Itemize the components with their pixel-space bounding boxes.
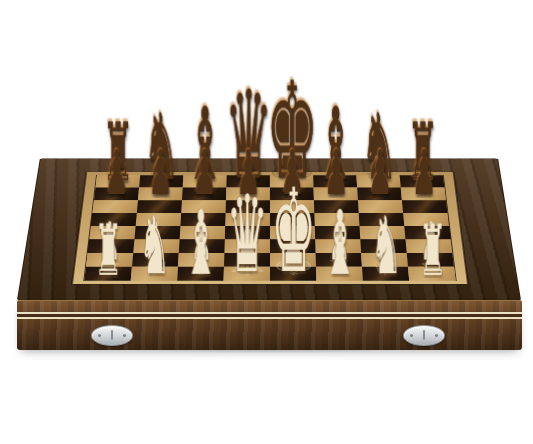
piece-black-bishop-f8: ♝: [316, 105, 355, 185]
piece-black-pawn-f7: ♟: [324, 148, 348, 197]
square-e7: ♟♟: [270, 188, 314, 201]
square-f2: ♟♟: [316, 253, 362, 267]
square-h6: [402, 200, 448, 213]
square-e6: [270, 200, 314, 213]
square-h2: ♟♟: [407, 253, 454, 267]
piece-reflection: ♞: [139, 261, 171, 276]
square-c4: [180, 226, 226, 239]
square-a4: [89, 226, 135, 239]
piece-black-pawn-e7: ♟: [280, 148, 304, 197]
square-h3: [405, 239, 452, 253]
piece-reflection: ♟: [99, 252, 121, 262]
piece-black-pawn-d7: ♟: [236, 148, 260, 197]
piece-black-bishop-c8: ♝: [185, 105, 224, 185]
square-a7: ♟♟: [94, 188, 139, 201]
piece-reflection: ♜: [405, 169, 438, 183]
square-b4: [134, 226, 180, 239]
square-f6: [314, 200, 359, 213]
square-d7: ♟♟: [226, 188, 270, 201]
piece-reflection: ♞: [143, 167, 180, 183]
square-c6: [181, 200, 226, 213]
square-c2: ♟♟: [178, 253, 224, 267]
piece-black-pawn-g7: ♟: [368, 148, 392, 197]
square-b8: ♞♞: [139, 175, 183, 187]
square-b1: ♞♞: [131, 267, 178, 281]
square-a1: ♜♜: [84, 267, 132, 281]
square-c5: [180, 213, 225, 226]
piece-black-knight-g8: ♞: [361, 112, 397, 185]
square-a5: [91, 213, 137, 226]
square-h1: ♜♜: [408, 267, 456, 281]
piece-reflection: ♞: [369, 261, 401, 276]
piece-black-rook-a8: ♜: [102, 121, 134, 185]
square-a8: ♜♜: [95, 175, 140, 187]
square-h5: [403, 213, 449, 226]
maple-border-inlay: ♜♜♞♞♝♝♛♛♚♚♝♝♞♞♜♜♟♟♟♟♟♟♟♟♟♟♟♟♟♟♟♟♟♟♟♟♟♟♟♟…: [72, 172, 468, 284]
piece-reflection: ♟: [374, 252, 395, 262]
piece-reflection: ♟: [145, 252, 166, 262]
square-g8: ♞♞: [356, 175, 400, 187]
piece-reflection: ♝: [185, 166, 225, 183]
pinstripe-inlay: [17, 312, 522, 319]
chess-set-photo: ♜♜♞♞♝♝♛♛♚♚♝♝♞♞♜♜♟♟♟♟♟♟♟♟♟♟♟♟♟♟♟♟♟♟♟♟♟♟♟♟…: [0, 0, 533, 444]
square-g7: ♟♟: [357, 188, 402, 201]
square-a3: [88, 239, 135, 253]
square-g6: [358, 200, 403, 213]
square-f8: ♝♝: [313, 175, 357, 187]
piece-reflection: ♟: [282, 252, 303, 262]
square-e5: [270, 213, 315, 226]
square-c7: ♟♟: [182, 188, 226, 201]
square-f7: ♟♟: [314, 188, 358, 201]
piece-reflection: ♜: [102, 169, 135, 183]
square-d8: ♛♛: [226, 175, 270, 187]
piece-reflection: ♟: [419, 252, 441, 262]
piece-black-pawn-a7: ♟: [104, 148, 128, 197]
square-h7: ♟♟: [401, 188, 446, 201]
square-b5: [136, 213, 182, 226]
square-a6: [92, 200, 138, 213]
square-c1: ♝♝: [177, 267, 224, 281]
chess-board: ♜♜♞♞♝♝♛♛♚♚♝♝♞♞♜♜♟♟♟♟♟♟♟♟♟♟♟♟♟♟♟♟♟♟♟♟♟♟♟♟…: [84, 175, 455, 281]
piece-reflection: ♞: [360, 167, 397, 183]
latch-left: [91, 325, 133, 346]
square-d4: [225, 226, 270, 239]
square-b2: ♟♟: [132, 253, 179, 267]
square-g3: [360, 239, 406, 253]
piece-black-knight-b8: ♞: [143, 112, 179, 185]
piece-black-pawn-h7: ♟: [411, 148, 435, 197]
square-b6: [137, 200, 182, 213]
piece-reflection: ♚: [265, 160, 318, 183]
square-g1: ♞♞: [362, 267, 409, 281]
square-f1: ♝♝: [316, 267, 363, 281]
piece-reflection: ♟: [328, 252, 349, 262]
square-c8: ♝♝: [183, 175, 227, 187]
board-frame: ♜♜♞♞♝♝♛♛♚♚♝♝♞♞♜♜♟♟♟♟♟♟♟♟♟♟♟♟♟♟♟♟♟♟♟♟♟♟♟♟…: [17, 158, 521, 300]
piece-reflection: ♚: [270, 254, 315, 275]
square-d5: [225, 213, 270, 226]
square-a2: ♟♟: [86, 253, 133, 267]
square-b3: [133, 239, 179, 253]
square-g4: [359, 226, 405, 239]
square-d2: ♟♟: [224, 253, 270, 267]
square-e2: ♟♟: [270, 253, 316, 267]
piece-black-king-e8: ♚: [265, 78, 318, 185]
piece-black-queen-d8: ♛: [224, 87, 272, 185]
square-f4: [315, 226, 361, 239]
square-h8: ♜♜: [400, 175, 445, 187]
piece-black-pawn-b7: ♟: [148, 148, 172, 197]
square-d3: [224, 239, 270, 253]
latch-right: [403, 325, 445, 346]
square-g5: [359, 213, 405, 226]
square-e3: [270, 239, 316, 253]
square-d6: [226, 200, 270, 213]
square-e4: [270, 226, 315, 239]
square-b7: ♟♟: [138, 188, 183, 201]
square-f3: [315, 239, 361, 253]
box-front-face: [17, 300, 522, 350]
square-e1: ♚♚: [270, 267, 316, 281]
square-d1: ♛♛: [224, 267, 270, 281]
piece-reflection: ♝: [315, 166, 355, 183]
square-g2: ♟♟: [361, 253, 408, 267]
piece-black-rook-h8: ♜: [406, 121, 438, 185]
square-c3: [179, 239, 225, 253]
piece-black-pawn-c7: ♟: [192, 148, 216, 197]
square-e8: ♚♚: [270, 175, 314, 187]
piece-reflection: ♟: [237, 252, 258, 262]
piece-reflection: ♟: [191, 252, 212, 262]
square-f5: [314, 213, 359, 226]
piece-reflection: ♛: [224, 162, 272, 183]
square-h4: [404, 226, 450, 239]
